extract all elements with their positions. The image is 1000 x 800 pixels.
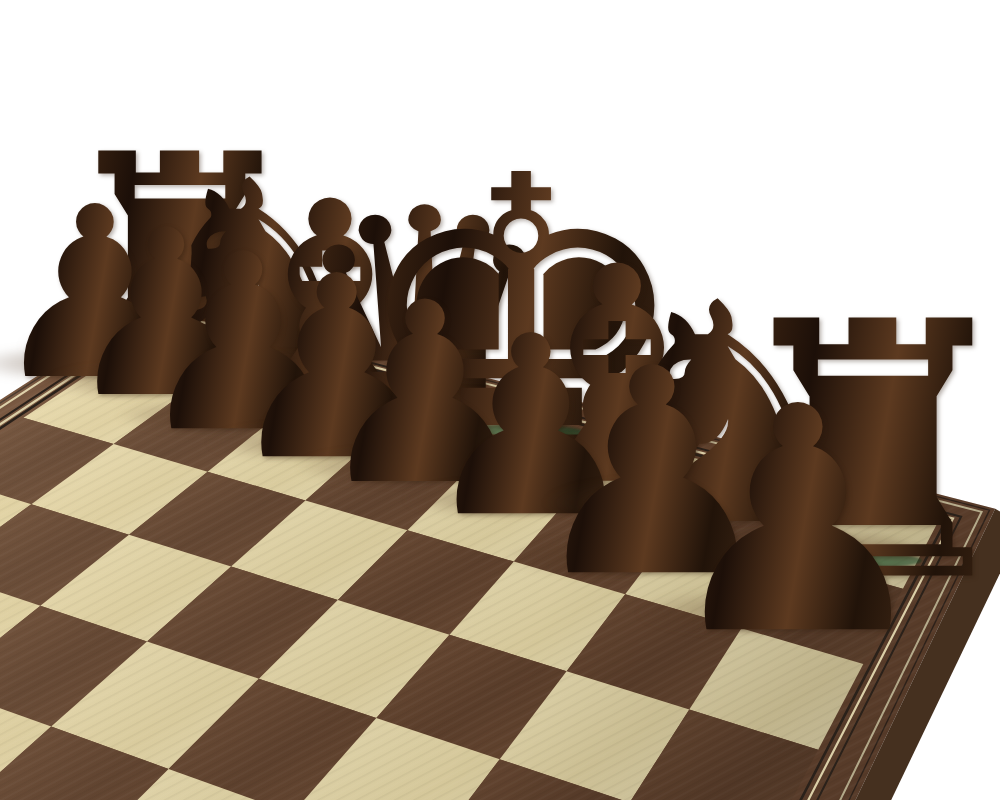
chess-set-product-photo: ♜♞♟♝♟♛♟♚♟♝♟♟♞♜♟♟ <box>0 0 1000 800</box>
chess-board[interactable] <box>0 0 1000 800</box>
